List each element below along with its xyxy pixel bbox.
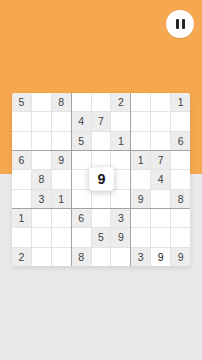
cell-r4c3[interactable]: 9	[52, 151, 71, 169]
cell-r3c3[interactable]	[52, 132, 71, 150]
cell-r3c7[interactable]	[131, 132, 150, 150]
cell-r9c2[interactable]	[32, 248, 51, 266]
cell-r1c9[interactable]: 1	[171, 93, 190, 111]
cell-r5c2[interactable]: 8	[32, 170, 51, 188]
sudoku-board: 582147516691789431981635928399	[12, 93, 190, 266]
cell-r9c7[interactable]: 3	[131, 248, 150, 266]
cell-r1c2[interactable]	[32, 93, 51, 111]
cell-r7c3[interactable]	[52, 209, 71, 227]
cell-r3c2[interactable]	[32, 132, 51, 150]
cell-r7c5[interactable]	[92, 209, 111, 227]
cell-r5c6[interactable]	[111, 170, 130, 188]
cell-r4c4[interactable]	[72, 151, 91, 169]
cell-r3c9[interactable]: 6	[171, 132, 190, 150]
cell-r1c8[interactable]	[151, 93, 170, 111]
cell-r4c6[interactable]	[111, 151, 130, 169]
cell-r6c6[interactable]	[111, 190, 130, 208]
pause-icon	[182, 19, 185, 29]
cell-r7c1[interactable]: 1	[12, 209, 31, 227]
cell-r6c1[interactable]	[12, 190, 31, 208]
cell-r6c5[interactable]	[92, 190, 111, 208]
cell-r9c5[interactable]	[92, 248, 111, 266]
cell-r1c4[interactable]	[72, 93, 91, 111]
cell-r9c8[interactable]: 9	[151, 248, 170, 266]
cell-r6c8[interactable]	[151, 190, 170, 208]
cell-r3c4[interactable]: 5	[72, 132, 91, 150]
cell-r8c7[interactable]	[131, 228, 150, 246]
cell-r1c6[interactable]: 2	[111, 93, 130, 111]
cell-r9c3[interactable]	[52, 248, 71, 266]
cell-r2c2[interactable]	[32, 112, 51, 130]
cell-r2c8[interactable]	[151, 112, 170, 130]
cell-r2c7[interactable]	[131, 112, 150, 130]
cell-r7c2[interactable]	[32, 209, 51, 227]
cell-r4c9[interactable]	[171, 151, 190, 169]
cell-r7c6[interactable]: 3	[111, 209, 130, 227]
cell-r5c9[interactable]	[171, 170, 190, 188]
cell-r7c9[interactable]	[171, 209, 190, 227]
cell-r6c2[interactable]: 3	[32, 190, 51, 208]
cell-r3c5[interactable]	[92, 132, 111, 150]
cell-r5c3[interactable]	[52, 170, 71, 188]
sudoku-grid: 582147516691789431981635928399	[12, 93, 190, 266]
cell-r2c4[interactable]: 4	[72, 112, 91, 130]
number-pad: 12345 6789 ✕	[0, 285, 202, 347]
cell-r1c5[interactable]	[92, 93, 111, 111]
cell-r3c1[interactable]	[12, 132, 31, 150]
cell-r5c4[interactable]	[72, 170, 91, 188]
cell-r4c1[interactable]: 6	[12, 151, 31, 169]
cell-r9c6[interactable]	[111, 248, 130, 266]
cell-r8c9[interactable]	[171, 228, 190, 246]
cell-r2c3[interactable]	[52, 112, 71, 130]
cell-r7c7[interactable]	[131, 209, 150, 227]
cell-r9c9[interactable]: 9	[171, 248, 190, 266]
cell-r6c3[interactable]: 1	[52, 190, 71, 208]
cell-r5c7[interactable]	[131, 170, 150, 188]
cell-r1c7[interactable]	[131, 93, 150, 111]
cell-r6c7[interactable]: 9	[131, 190, 150, 208]
cell-r6c4[interactable]	[72, 190, 91, 208]
cell-r8c1[interactable]	[12, 228, 31, 246]
cell-r5c5[interactable]: 9	[89, 168, 114, 192]
cell-r5c8[interactable]: 4	[151, 170, 170, 188]
cell-r8c2[interactable]	[32, 228, 51, 246]
cell-r3c6[interactable]: 1	[111, 132, 130, 150]
cell-r2c1[interactable]	[12, 112, 31, 130]
cell-r9c1[interactable]: 2	[12, 248, 31, 266]
sudoku-app: 582147516691789431981635928399 12345 678…	[0, 0, 202, 360]
cell-r8c3[interactable]	[52, 228, 71, 246]
cell-r2c5[interactable]: 7	[92, 112, 111, 130]
cell-r3c8[interactable]	[151, 132, 170, 150]
cell-r4c2[interactable]	[32, 151, 51, 169]
cell-r8c8[interactable]	[151, 228, 170, 246]
cell-r4c8[interactable]: 7	[151, 151, 170, 169]
cell-r8c6[interactable]: 9	[111, 228, 130, 246]
cell-r5c1[interactable]	[12, 170, 31, 188]
pause-icon	[176, 19, 179, 29]
cell-r2c6[interactable]	[111, 112, 130, 130]
cell-r9c4[interactable]: 8	[72, 248, 91, 266]
cell-r7c4[interactable]: 6	[72, 209, 91, 227]
cell-r2c9[interactable]	[171, 112, 190, 130]
cell-r1c3[interactable]: 8	[52, 93, 71, 111]
cell-r6c9[interactable]: 8	[171, 190, 190, 208]
cell-r8c4[interactable]	[72, 228, 91, 246]
cell-r1c1[interactable]: 5	[12, 93, 31, 111]
cell-r8c5[interactable]: 5	[92, 228, 111, 246]
cell-r7c8[interactable]	[151, 209, 170, 227]
cell-r4c7[interactable]: 1	[131, 151, 150, 169]
pause-button[interactable]	[166, 10, 194, 38]
